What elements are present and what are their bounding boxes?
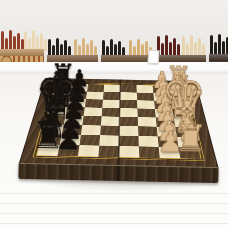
gold-pinstripe-border	[32, 82, 205, 161]
board-square[interactable]	[102, 108, 120, 117]
board-square[interactable]	[119, 136, 139, 147]
board-square[interactable]	[178, 147, 200, 159]
frame-screw-dot	[146, 163, 148, 164]
board-square[interactable]	[64, 116, 84, 126]
board-square[interactable]	[158, 136, 179, 147]
board-square[interactable]	[60, 134, 81, 145]
board-square[interactable]	[119, 146, 139, 157]
mini-piece	[9, 30, 12, 51]
board-square[interactable]	[157, 127, 177, 137]
board-square[interactable]	[172, 109, 191, 118]
board-square[interactable]	[99, 135, 119, 146]
board-square[interactable]	[138, 136, 158, 147]
board-square[interactable]	[137, 108, 155, 117]
board-square[interactable]	[159, 147, 181, 159]
board-square[interactable]	[120, 108, 138, 117]
board-square[interactable]	[156, 117, 175, 127]
board-square[interactable]	[66, 107, 85, 116]
board-square[interactable]	[43, 124, 64, 134]
frame-screw-dot	[186, 163, 188, 164]
board-square[interactable]	[177, 137, 198, 148]
board-square[interactable]	[84, 107, 103, 116]
board-square[interactable]	[139, 146, 160, 158]
board-square[interactable]	[82, 116, 101, 126]
board-square[interactable]	[101, 116, 120, 126]
board-perspective: ♜♞♝♛♚♝♞♜♟♟♟♟♟♟♟♟♟♟♟♟♟♟♟♟♜♞♝♛♚♝♞♜	[15, 44, 225, 168]
board-square[interactable]	[174, 118, 194, 128]
board-square[interactable]	[100, 126, 119, 136]
board-squares	[36, 83, 202, 159]
board-square[interactable]	[175, 127, 196, 137]
photo-scene: ♜♞♝♛♚♝♞♜♟♟♟♟♟♟♟♟♟♟♟♟♟♟♟♟♜♞♝♛♚♝♞♜	[0, 0, 228, 228]
chess-board-area: ♜♞♝♛♚♝♞♜♟♟♟♟♟♟♟♟♟♟♟♟♟♟♟♟♜♞♝♛♚♝♞♜	[14, 44, 225, 198]
board-square[interactable]	[155, 109, 174, 118]
board-square[interactable]	[98, 146, 119, 157]
board-square[interactable]	[119, 126, 138, 136]
board-square[interactable]	[40, 134, 62, 145]
board-fold-split	[117, 166, 119, 181]
chess-board: ♜♞♝♛♚♝♞♜♟♟♟♟♟♟♟♟♟♟♟♟♟♟♟♟♜♞♝♛♚♝♞♜	[19, 78, 219, 168]
frame-screw-dot	[53, 161, 55, 162]
board-square[interactable]	[138, 126, 158, 136]
board-square[interactable]	[37, 144, 60, 155]
board-square[interactable]	[48, 107, 68, 116]
board-square[interactable]	[119, 117, 138, 127]
board-square[interactable]	[81, 125, 101, 135]
frame-screw-dot	[93, 161, 95, 162]
board-square[interactable]	[45, 115, 65, 125]
board-square[interactable]	[78, 145, 99, 156]
board-square[interactable]	[57, 145, 79, 156]
board-square[interactable]	[138, 117, 157, 127]
board-square[interactable]	[79, 135, 100, 146]
mini-piece	[1, 31, 4, 51]
board-square[interactable]	[62, 125, 83, 135]
